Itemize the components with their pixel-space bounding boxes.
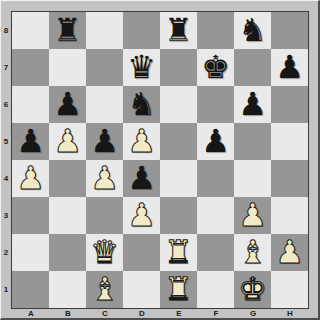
square-a1[interactable]	[12, 271, 49, 308]
white-bishop-g2: ♝	[234, 234, 271, 271]
square-b2[interactable]	[49, 234, 86, 271]
rank-label-1: 1	[1, 285, 11, 295]
square-g2[interactable]: ♝	[234, 234, 271, 271]
file-label-c: C	[98, 309, 112, 319]
white-rook-e2: ♜	[160, 234, 197, 271]
square-e5[interactable]	[160, 123, 197, 160]
file-label-e: E	[172, 309, 186, 319]
square-g3[interactable]: ♟	[234, 197, 271, 234]
black-knight-d6: ♞	[123, 86, 160, 123]
square-a2[interactable]	[12, 234, 49, 271]
white-rook-e1: ♜	[160, 271, 197, 308]
square-d5[interactable]: ♟	[123, 123, 160, 160]
square-h8[interactable]	[271, 12, 308, 49]
rank-label-8: 8	[1, 26, 11, 36]
square-e1[interactable]: ♜	[160, 271, 197, 308]
white-pawn-g3: ♟	[234, 197, 271, 234]
white-bishop-c1: ♝	[86, 271, 123, 308]
square-b6[interactable]: ♟	[49, 86, 86, 123]
square-h1[interactable]	[271, 271, 308, 308]
white-pawn-h2: ♟	[271, 234, 308, 271]
white-pawn-d5: ♟	[123, 123, 160, 160]
rank-label-5: 5	[1, 137, 11, 147]
chessboard: ♜♜♞♛♚♟♟♞♟♟♟♟♟♟♟♟♟♟♟♛♜♝♟♝♜♚	[11, 11, 309, 309]
white-queen-c2: ♛	[86, 234, 123, 271]
square-e4[interactable]	[160, 160, 197, 197]
square-e8[interactable]: ♜	[160, 12, 197, 49]
square-f1[interactable]	[197, 271, 234, 308]
white-pawn-c4: ♟	[86, 160, 123, 197]
square-f3[interactable]	[197, 197, 234, 234]
square-c5[interactable]: ♟	[86, 123, 123, 160]
black-pawn-d4: ♟	[123, 160, 160, 197]
rank-label-7: 7	[1, 63, 11, 73]
square-a3[interactable]	[12, 197, 49, 234]
square-g1[interactable]: ♚	[234, 271, 271, 308]
square-e3[interactable]	[160, 197, 197, 234]
file-label-d: D	[135, 309, 149, 319]
square-f8[interactable]	[197, 12, 234, 49]
black-rook-b8: ♜	[49, 12, 86, 49]
black-rook-e8: ♜	[160, 12, 197, 49]
square-c3[interactable]	[86, 197, 123, 234]
square-b8[interactable]: ♜	[49, 12, 86, 49]
square-g6[interactable]: ♟	[234, 86, 271, 123]
rank-label-3: 3	[1, 211, 11, 221]
square-b5[interactable]: ♟	[49, 123, 86, 160]
square-a5[interactable]: ♟	[12, 123, 49, 160]
square-d4[interactable]: ♟	[123, 160, 160, 197]
white-pawn-b5: ♟	[49, 123, 86, 160]
square-h6[interactable]	[271, 86, 308, 123]
square-d2[interactable]	[123, 234, 160, 271]
square-g8[interactable]: ♞	[234, 12, 271, 49]
square-d3[interactable]: ♟	[123, 197, 160, 234]
black-knight-g8: ♞	[234, 12, 271, 49]
square-h2[interactable]: ♟	[271, 234, 308, 271]
black-pawn-a5: ♟	[12, 123, 49, 160]
square-g7[interactable]	[234, 49, 271, 86]
white-pawn-a4: ♟	[12, 160, 49, 197]
black-pawn-h7: ♟	[271, 49, 308, 86]
square-f2[interactable]	[197, 234, 234, 271]
black-king-f7: ♚	[197, 49, 234, 86]
square-a7[interactable]	[12, 49, 49, 86]
square-d7[interactable]: ♛	[123, 49, 160, 86]
square-g4[interactable]	[234, 160, 271, 197]
rank-label-6: 6	[1, 100, 11, 110]
square-a4[interactable]: ♟	[12, 160, 49, 197]
square-d1[interactable]	[123, 271, 160, 308]
file-label-a: A	[24, 309, 38, 319]
white-king-g1: ♚	[234, 271, 271, 308]
square-a6[interactable]	[12, 86, 49, 123]
black-pawn-c5: ♟	[86, 123, 123, 160]
square-c2[interactable]: ♛	[86, 234, 123, 271]
square-b3[interactable]	[49, 197, 86, 234]
black-queen-d7: ♛	[123, 49, 160, 86]
white-pawn-d3: ♟	[123, 197, 160, 234]
square-d8[interactable]	[123, 12, 160, 49]
chessboard-frame: ♜♜♞♛♚♟♟♞♟♟♟♟♟♟♟♟♟♟♟♛♜♝♟♝♜♚ 8 7 6 5 4 3 2…	[0, 0, 320, 320]
black-pawn-b6: ♟	[49, 86, 86, 123]
square-c6[interactable]	[86, 86, 123, 123]
square-e2[interactable]: ♜	[160, 234, 197, 271]
square-f4[interactable]	[197, 160, 234, 197]
black-pawn-f5: ♟	[197, 123, 234, 160]
square-e6[interactable]	[160, 86, 197, 123]
square-d6[interactable]: ♞	[123, 86, 160, 123]
file-label-h: H	[283, 309, 297, 319]
file-label-f: F	[209, 309, 223, 319]
square-f7[interactable]: ♚	[197, 49, 234, 86]
square-h4[interactable]	[271, 160, 308, 197]
black-pawn-g6: ♟	[234, 86, 271, 123]
square-g5[interactable]	[234, 123, 271, 160]
square-e7[interactable]	[160, 49, 197, 86]
square-b4[interactable]	[49, 160, 86, 197]
square-c7[interactable]	[86, 49, 123, 86]
square-c8[interactable]	[86, 12, 123, 49]
square-c1[interactable]: ♝	[86, 271, 123, 308]
square-c4[interactable]: ♟	[86, 160, 123, 197]
square-h5[interactable]	[271, 123, 308, 160]
square-a8[interactable]	[12, 12, 49, 49]
square-b1[interactable]	[49, 271, 86, 308]
square-f5[interactable]: ♟	[197, 123, 234, 160]
rank-label-2: 2	[1, 248, 11, 258]
square-h7[interactable]: ♟	[271, 49, 308, 86]
file-label-b: B	[61, 309, 75, 319]
rank-label-4: 4	[1, 174, 11, 184]
file-label-g: G	[246, 309, 260, 319]
square-f6[interactable]	[197, 86, 234, 123]
square-b7[interactable]	[49, 49, 86, 86]
square-h3[interactable]	[271, 197, 308, 234]
